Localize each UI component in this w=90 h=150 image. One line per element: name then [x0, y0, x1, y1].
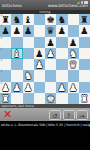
- square-g2[interactable]: ♟: [68, 82, 79, 93]
- square-g1[interactable]: [68, 93, 79, 104]
- square-a1[interactable]: 1♜: [0, 93, 11, 104]
- square-d3[interactable]: [34, 70, 45, 81]
- square-h3[interactable]: [79, 70, 90, 81]
- square-g3[interactable]: [68, 70, 79, 81]
- black-king-piece[interactable]: ♚: [45, 14, 56, 25]
- white-king-piece[interactable]: ♚: [45, 93, 56, 104]
- square-f4[interactable]: [56, 59, 67, 70]
- black-pawn-piece[interactable]: ♟: [56, 25, 67, 36]
- square-g8[interactable]: [68, 14, 79, 25]
- square-b4[interactable]: [11, 59, 22, 70]
- square-d2[interactable]: [34, 82, 45, 93]
- black-queen-piece[interactable]: ♛: [45, 25, 56, 36]
- square-b8[interactable]: ♞: [11, 14, 22, 25]
- square-g7[interactable]: [68, 25, 79, 36]
- rank-label: 3: [1, 70, 3, 73]
- square-f5[interactable]: [56, 48, 67, 59]
- square-b1[interactable]: [11, 93, 22, 104]
- black-pawn-piece[interactable]: ♟: [11, 25, 22, 36]
- white-pawn-piece[interactable]: ♟: [23, 82, 34, 93]
- square-c3[interactable]: ♞: [23, 70, 34, 81]
- white-bishop-piece[interactable]: ♝: [11, 48, 22, 59]
- white-knight-piece[interactable]: ♞: [68, 48, 79, 59]
- square-h6[interactable]: [79, 37, 90, 48]
- square-f6[interactable]: [56, 37, 67, 48]
- black-pawn-piece[interactable]: ♟: [45, 37, 56, 48]
- square-h5[interactable]: [79, 48, 90, 59]
- square-e4[interactable]: [45, 59, 56, 70]
- square-e3[interactable]: [45, 70, 56, 81]
- rank-label: 6: [1, 37, 3, 40]
- square-c4[interactable]: [23, 59, 34, 70]
- white-pawn-piece[interactable]: ♟: [34, 59, 45, 70]
- app-url: www.blitzchess.com: [48, 4, 88, 8]
- black-pawn-piece[interactable]: ♟: [68, 37, 79, 48]
- square-e1[interactable]: ♚: [45, 93, 56, 104]
- chess-board[interactable]: 8♜♞♝♚♞♜7♟♟♟♛♟♟6♟♟5♝♟♟♞4♟♛3♞2♟♟♟♟♟1♜♚♜: [0, 14, 90, 104]
- square-e6[interactable]: ♟: [45, 37, 56, 48]
- square-a7[interactable]: 7♟: [0, 25, 11, 36]
- square-b7[interactable]: ♟: [11, 25, 22, 36]
- square-c6[interactable]: [23, 37, 34, 48]
- square-c5[interactable]: [23, 48, 34, 59]
- square-b2[interactable]: ♟: [11, 82, 22, 93]
- square-b6[interactable]: [11, 37, 22, 48]
- rank-label: 5: [1, 48, 3, 51]
- square-d4[interactable]: ♟: [34, 59, 45, 70]
- black-pawn-piece[interactable]: ♟: [34, 48, 45, 59]
- square-f3[interactable]: [56, 70, 67, 81]
- square-c8[interactable]: ♝: [23, 14, 34, 25]
- black-pawn-piece[interactable]: ♟: [79, 25, 90, 36]
- square-g6[interactable]: ♟: [68, 37, 79, 48]
- square-b5[interactable]: ♝: [11, 48, 22, 59]
- square-g4[interactable]: ♛: [68, 59, 79, 70]
- square-d6[interactable]: [34, 37, 45, 48]
- black-rook-piece[interactable]: ♜: [79, 14, 90, 25]
- title-bar: blitzchess www.blitzchess.com: [0, 0, 90, 10]
- white-rook-piece[interactable]: ♜: [0, 93, 11, 104]
- square-a3[interactable]: 3: [0, 70, 11, 81]
- rank-label: 4: [1, 59, 3, 62]
- square-c2[interactable]: ♟: [23, 82, 34, 93]
- black-pawn-piece[interactable]: ♟: [23, 25, 34, 36]
- square-e2[interactable]: [45, 82, 56, 93]
- square-d1[interactable]: [34, 93, 45, 104]
- square-f1[interactable]: [56, 93, 67, 104]
- square-h7[interactable]: ♟: [79, 25, 90, 36]
- white-pawn-piece[interactable]: ♟: [45, 48, 56, 59]
- square-f7[interactable]: ♟: [56, 25, 67, 36]
- square-b3[interactable]: [11, 70, 22, 81]
- square-d5[interactable]: ♟: [34, 48, 45, 59]
- square-d7[interactable]: [34, 25, 45, 36]
- square-c1[interactable]: [23, 93, 34, 104]
- square-e5[interactable]: ♟: [45, 48, 56, 59]
- black-knight-piece[interactable]: ♞: [11, 14, 22, 25]
- undo-button[interactable]: ↺: [49, 110, 61, 120]
- square-g5[interactable]: ♞: [68, 48, 79, 59]
- footer: white v. L. Bourdonnais 50b | blitz 5 25…: [0, 121, 90, 150]
- square-c7[interactable]: ♟: [23, 25, 34, 36]
- black-knight-piece[interactable]: ♞: [56, 14, 67, 25]
- forward-button[interactable]: →: [76, 110, 88, 120]
- square-d8[interactable]: [34, 14, 45, 25]
- white-pawn-piece[interactable]: ♟: [11, 82, 22, 93]
- square-h1[interactable]: ♜: [79, 93, 90, 104]
- square-f8[interactable]: ♞: [56, 14, 67, 25]
- white-pawn-piece[interactable]: ♟: [56, 82, 67, 93]
- white-queen-piece[interactable]: ♛: [68, 59, 79, 70]
- app-title: blitzchess: [2, 4, 22, 8]
- white-rook-piece[interactable]: ♜: [79, 93, 90, 104]
- square-f2[interactable]: ♟: [56, 82, 67, 93]
- square-h2[interactable]: [79, 82, 90, 93]
- help-button[interactable]: ?: [63, 110, 75, 120]
- white-pawn-piece[interactable]: ♟: [68, 82, 79, 93]
- square-e7[interactable]: ♛: [45, 25, 56, 36]
- black-pawn-piece[interactable]: ♟: [0, 25, 11, 36]
- black-bishop-piece[interactable]: ♝: [23, 14, 34, 25]
- close-icon[interactable]: ✕: [2, 109, 13, 120]
- control-bar: ✕ ↺ ? →: [0, 108, 90, 121]
- white-knight-piece[interactable]: ♞: [23, 70, 34, 81]
- square-h8[interactable]: ♜: [79, 14, 90, 25]
- game-status-line: white v. L. Bourdonnais 50b | blitz 5 25…: [0, 121, 90, 127]
- square-h4[interactable]: [79, 59, 90, 70]
- square-e8[interactable]: ♚: [45, 14, 56, 25]
